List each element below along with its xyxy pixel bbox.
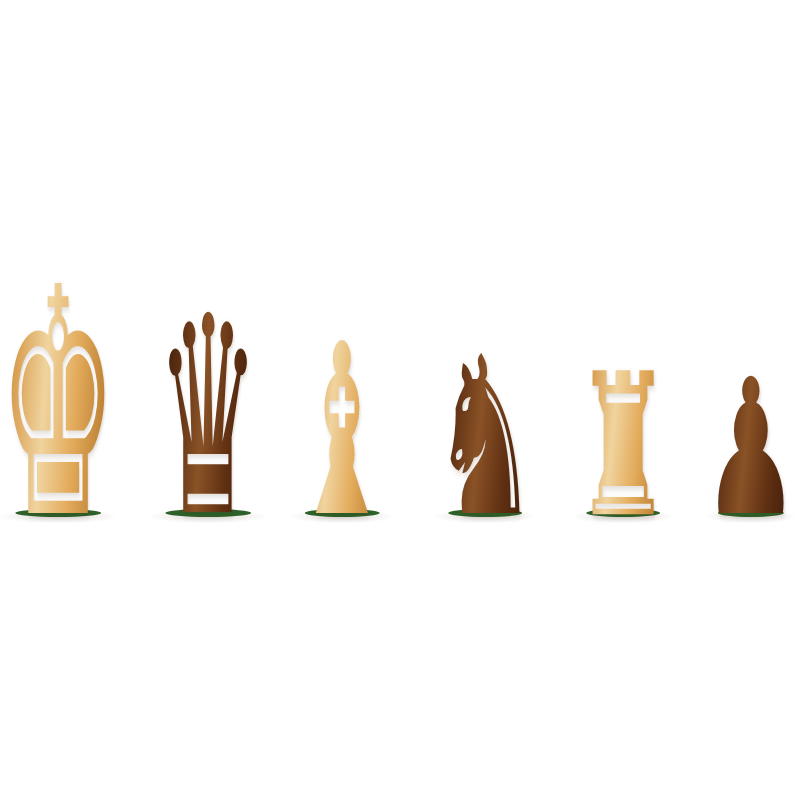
pawn-glyph: ♟ — [702, 354, 800, 542]
bishop-glyph: ♝ — [292, 313, 392, 550]
king-glyph: ♚ — [0, 247, 117, 562]
queen-glyph: ♛ — [156, 281, 259, 555]
knight-glyph: ♞ — [431, 328, 539, 547]
piece-lineup: ♚♛♝♞♜♟ — [0, 0, 800, 800]
rook-glyph: ♜ — [574, 347, 671, 544]
